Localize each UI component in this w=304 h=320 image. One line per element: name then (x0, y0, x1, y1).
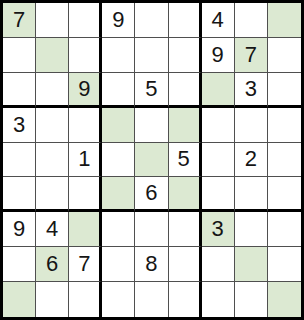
cell-r4c2[interactable] (36, 108, 69, 143)
cell-r3c1[interactable] (3, 73, 36, 108)
cell-r2c6[interactable] (169, 38, 202, 73)
cell-r2c5[interactable] (135, 38, 168, 73)
cell-r6c5[interactable]: 6 (135, 177, 168, 212)
cell-r1c9[interactable] (268, 3, 301, 38)
cell-r2c9[interactable] (268, 38, 301, 73)
cell-r2c1[interactable] (3, 38, 36, 73)
cell-r9c2[interactable] (36, 282, 69, 317)
cell-r8c9[interactable] (268, 247, 301, 282)
cell-r9c6[interactable] (169, 282, 202, 317)
cell-r6c9[interactable] (268, 177, 301, 212)
cell-r5c9[interactable] (268, 143, 301, 178)
cell-r3c9[interactable] (268, 73, 301, 108)
cell-r3c2[interactable] (36, 73, 69, 108)
cell-r4c1[interactable]: 3 (3, 108, 36, 143)
cell-r4c8[interactable] (235, 108, 268, 143)
cell-r7c4[interactable] (102, 212, 135, 247)
cell-r2c2[interactable] (36, 38, 69, 73)
cell-r2c8[interactable]: 7 (235, 38, 268, 73)
cell-r7c8[interactable] (235, 212, 268, 247)
cell-r9c8[interactable] (235, 282, 268, 317)
cell-r5c2[interactable] (36, 143, 69, 178)
cell-r1c2[interactable] (36, 3, 69, 38)
cell-r6c1[interactable] (3, 177, 36, 212)
cell-r7c7[interactable]: 3 (202, 212, 235, 247)
cell-r8c5[interactable]: 8 (135, 247, 168, 282)
cell-r3c8[interactable]: 3 (235, 73, 268, 108)
cell-r8c7[interactable] (202, 247, 235, 282)
cell-r4c7[interactable] (202, 108, 235, 143)
cell-r5c8[interactable]: 2 (235, 143, 268, 178)
cell-r6c8[interactable] (235, 177, 268, 212)
cell-r8c4[interactable] (102, 247, 135, 282)
cell-r5c5[interactable] (135, 143, 168, 178)
cell-r4c4[interactable] (102, 108, 135, 143)
cell-r7c1[interactable]: 9 (3, 212, 36, 247)
cell-r8c1[interactable] (3, 247, 36, 282)
cell-r7c6[interactable] (169, 212, 202, 247)
cell-r1c4[interactable]: 9 (102, 3, 135, 38)
cell-r4c9[interactable] (268, 108, 301, 143)
cell-r6c7[interactable] (202, 177, 235, 212)
cell-r3c6[interactable] (169, 73, 202, 108)
cell-r5c1[interactable] (3, 143, 36, 178)
cell-r4c6[interactable] (169, 108, 202, 143)
cell-r7c2[interactable]: 4 (36, 212, 69, 247)
cell-r1c3[interactable] (69, 3, 102, 38)
cell-r1c7[interactable]: 4 (202, 3, 235, 38)
cell-r5c6[interactable]: 5 (169, 143, 202, 178)
cell-r2c3[interactable] (69, 38, 102, 73)
cell-r9c3[interactable] (69, 282, 102, 317)
cell-r7c5[interactable] (135, 212, 168, 247)
cell-r5c7[interactable] (202, 143, 235, 178)
cell-r6c3[interactable] (69, 177, 102, 212)
cell-r3c7[interactable] (202, 73, 235, 108)
cell-r5c4[interactable] (102, 143, 135, 178)
sudoku-board: 7949795331526943678 (0, 0, 304, 320)
cell-r5c3[interactable]: 1 (69, 143, 102, 178)
cell-r9c4[interactable] (102, 282, 135, 317)
cell-r7c9[interactable] (268, 212, 301, 247)
cell-r3c4[interactable] (102, 73, 135, 108)
cell-r9c9[interactable] (268, 282, 301, 317)
cell-r8c3[interactable]: 7 (69, 247, 102, 282)
cell-r2c7[interactable]: 9 (202, 38, 235, 73)
cell-r6c6[interactable] (169, 177, 202, 212)
cell-r1c8[interactable] (235, 3, 268, 38)
cell-r4c5[interactable] (135, 108, 168, 143)
cell-r9c7[interactable] (202, 282, 235, 317)
cell-r9c1[interactable] (3, 282, 36, 317)
cell-r7c3[interactable] (69, 212, 102, 247)
cell-r1c1[interactable]: 7 (3, 3, 36, 38)
cell-r3c3[interactable]: 9 (69, 73, 102, 108)
cell-r1c6[interactable] (169, 3, 202, 38)
cell-r2c4[interactable] (102, 38, 135, 73)
cell-r4c3[interactable] (69, 108, 102, 143)
cell-r8c8[interactable] (235, 247, 268, 282)
cell-r1c5[interactable] (135, 3, 168, 38)
cell-r8c6[interactable] (169, 247, 202, 282)
cell-r6c2[interactable] (36, 177, 69, 212)
cell-r3c5[interactable]: 5 (135, 73, 168, 108)
cell-r8c2[interactable]: 6 (36, 247, 69, 282)
cell-r6c4[interactable] (102, 177, 135, 212)
cell-r9c5[interactable] (135, 282, 168, 317)
